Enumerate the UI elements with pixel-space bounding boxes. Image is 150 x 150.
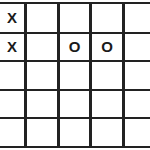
cell-r2c3[interactable] [92,62,125,91]
cell-r1c0[interactable]: X [0,34,27,63]
cell-r0c1[interactable] [27,2,60,34]
cell-r4c3[interactable] [92,119,125,148]
cell-r4c1[interactable] [27,119,60,148]
cell-r1c4[interactable] [125,34,150,63]
game-board: X X O O [0,0,150,150]
cell-r2c4[interactable] [125,62,150,91]
cell-r4c0[interactable] [0,119,27,148]
cell-r4c2[interactable] [60,119,92,148]
cell-r2c1[interactable] [27,62,60,91]
cell-r2c2[interactable] [60,62,92,91]
cell-r3c4[interactable] [125,91,150,120]
cell-r4c4[interactable] [125,119,150,148]
cell-r1c2[interactable]: O [60,34,92,63]
cell-r3c1[interactable] [27,91,60,120]
cell-r1c3[interactable]: O [92,34,125,63]
cell-r0c4[interactable] [125,2,150,34]
cell-r3c2[interactable] [60,91,92,120]
cell-r3c3[interactable] [92,91,125,120]
cell-r0c2[interactable] [60,2,92,34]
cell-r3c0[interactable] [0,91,27,120]
cell-r1c1[interactable] [27,34,60,63]
cell-r0c3[interactable] [92,2,125,34]
cell-r0c0[interactable]: X [0,2,27,34]
cell-r2c0[interactable] [0,62,27,91]
